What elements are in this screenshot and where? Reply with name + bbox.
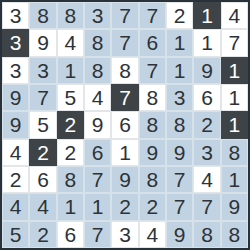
cell-r6c1[interactable]: 4 <box>2 139 29 166</box>
cell-r6c8[interactable]: 3 <box>193 139 220 166</box>
cell-r2c2[interactable]: 9 <box>29 29 56 56</box>
cell-r8c9[interactable]: 9 <box>221 193 248 220</box>
cell-r9c1[interactable]: 5 <box>2 221 29 248</box>
cell-r5c4[interactable]: 9 <box>84 111 111 138</box>
cell-r3c8[interactable]: 9 <box>193 57 220 84</box>
hitori-board: 3883772143948761173318871919754783619529… <box>0 0 250 250</box>
cell-r6c6[interactable]: 9 <box>139 139 166 166</box>
cell-r9c3[interactable]: 6 <box>57 221 84 248</box>
cell-r5c2[interactable]: 5 <box>29 111 56 138</box>
cell-r3c2[interactable]: 3 <box>29 57 56 84</box>
cell-r6c4[interactable]: 6 <box>84 139 111 166</box>
cell-r8c7[interactable]: 7 <box>166 193 193 220</box>
cell-r9c4[interactable]: 7 <box>84 221 111 248</box>
cell-r6c5[interactable]: 1 <box>111 139 138 166</box>
cell-r8c4[interactable]: 1 <box>84 193 111 220</box>
cell-r2c6[interactable]: 6 <box>139 29 166 56</box>
cell-r7c3[interactable]: 8 <box>57 166 84 193</box>
cell-r4c5[interactable]: 7 <box>111 84 138 111</box>
cell-r8c5[interactable]: 2 <box>111 193 138 220</box>
cell-r6c3[interactable]: 2 <box>57 139 84 166</box>
cell-r1c4[interactable]: 3 <box>84 2 111 29</box>
cell-r1c7[interactable]: 2 <box>166 2 193 29</box>
cell-r1c3[interactable]: 8 <box>57 2 84 29</box>
cell-r9c6[interactable]: 4 <box>139 221 166 248</box>
cell-r3c6[interactable]: 7 <box>139 57 166 84</box>
cell-r4c3[interactable]: 5 <box>57 84 84 111</box>
cell-r7c2[interactable]: 6 <box>29 166 56 193</box>
cell-r9c2[interactable]: 2 <box>29 221 56 248</box>
cell-r7c8[interactable]: 4 <box>193 166 220 193</box>
cell-r7c5[interactable]: 9 <box>111 166 138 193</box>
cell-r8c3[interactable]: 1 <box>57 193 84 220</box>
cell-r2c9[interactable]: 7 <box>221 29 248 56</box>
cell-r3c4[interactable]: 8 <box>84 57 111 84</box>
cell-r1c2[interactable]: 8 <box>29 2 56 29</box>
cell-r9c5[interactable]: 3 <box>111 221 138 248</box>
cell-r2c8[interactable]: 1 <box>193 29 220 56</box>
cell-r7c4[interactable]: 7 <box>84 166 111 193</box>
cell-r9c7[interactable]: 9 <box>166 221 193 248</box>
cell-r3c7[interactable]: 1 <box>166 57 193 84</box>
cell-r4c7[interactable]: 3 <box>166 84 193 111</box>
cell-r1c5[interactable]: 7 <box>111 2 138 29</box>
cell-r7c9[interactable]: 1 <box>221 166 248 193</box>
cell-r7c1[interactable]: 2 <box>2 166 29 193</box>
cell-r4c4[interactable]: 4 <box>84 84 111 111</box>
cell-r6c2[interactable]: 2 <box>29 139 56 166</box>
cell-r9c8[interactable]: 8 <box>193 221 220 248</box>
cell-r8c2[interactable]: 4 <box>29 193 56 220</box>
cell-r1c9[interactable]: 4 <box>221 2 248 29</box>
cell-r2c1[interactable]: 3 <box>2 29 29 56</box>
cell-r5c3[interactable]: 2 <box>57 111 84 138</box>
cell-r3c9[interactable]: 1 <box>221 57 248 84</box>
cell-r5c1[interactable]: 9 <box>2 111 29 138</box>
cell-r3c5[interactable]: 8 <box>111 57 138 84</box>
cell-r7c7[interactable]: 7 <box>166 166 193 193</box>
cell-r5c5[interactable]: 6 <box>111 111 138 138</box>
cell-r2c4[interactable]: 8 <box>84 29 111 56</box>
cell-r1c8[interactable]: 1 <box>193 2 220 29</box>
cell-r4c8[interactable]: 6 <box>193 84 220 111</box>
cell-r5c9[interactable]: 1 <box>221 111 248 138</box>
cell-r3c1[interactable]: 3 <box>2 57 29 84</box>
cell-r5c7[interactable]: 8 <box>166 111 193 138</box>
cell-r2c7[interactable]: 1 <box>166 29 193 56</box>
cell-r2c3[interactable]: 4 <box>57 29 84 56</box>
cell-r2c5[interactable]: 7 <box>111 29 138 56</box>
cell-r4c1[interactable]: 9 <box>2 84 29 111</box>
cell-r8c8[interactable]: 7 <box>193 193 220 220</box>
cell-r1c1[interactable]: 3 <box>2 2 29 29</box>
cell-r6c7[interactable]: 9 <box>166 139 193 166</box>
cell-r6c9[interactable]: 8 <box>221 139 248 166</box>
cell-r9c9[interactable]: 8 <box>221 221 248 248</box>
cell-r7c6[interactable]: 8 <box>139 166 166 193</box>
cell-r3c3[interactable]: 1 <box>57 57 84 84</box>
cell-r5c6[interactable]: 8 <box>139 111 166 138</box>
cell-r5c8[interactable]: 2 <box>193 111 220 138</box>
cell-r4c6[interactable]: 8 <box>139 84 166 111</box>
cell-r8c1[interactable]: 4 <box>2 193 29 220</box>
cell-r4c9[interactable]: 1 <box>221 84 248 111</box>
cell-r1c6[interactable]: 7 <box>139 2 166 29</box>
cell-r4c2[interactable]: 7 <box>29 84 56 111</box>
cell-r8c6[interactable]: 2 <box>139 193 166 220</box>
